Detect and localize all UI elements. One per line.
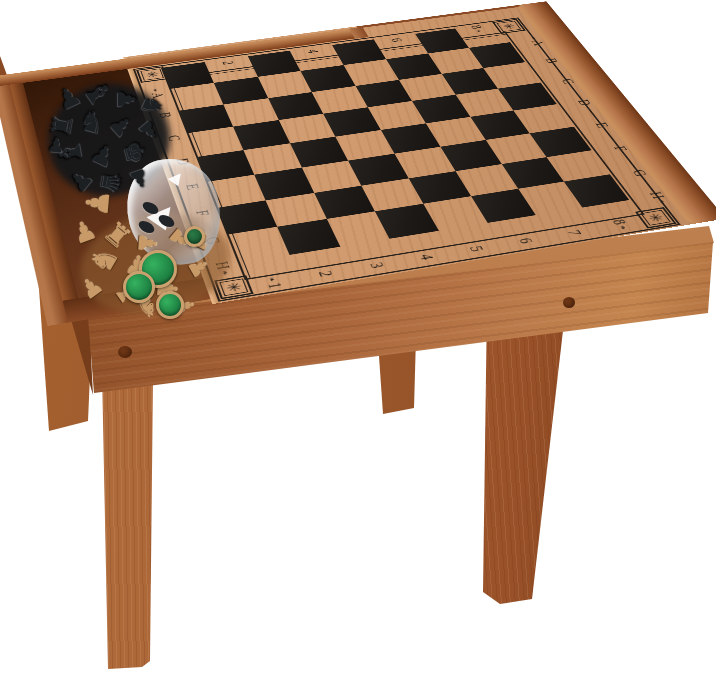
chess-table-photo: ❧12345678❧❧12345678❧❧ABCDEFGH❧❧ABCDEFGH❧… (0, 0, 716, 692)
tray-piece-white-pawn[interactable]: ♟ (82, 188, 114, 217)
piece-felt-base[interactable] (184, 226, 205, 247)
bag-glint (167, 173, 183, 188)
piece-felt-base[interactable] (156, 291, 184, 319)
tray-piece-black-pawn[interactable]: ♟ (114, 88, 138, 110)
tray-piece-black-pawn[interactable]: ♟ (46, 134, 66, 155)
piece-felt-base[interactable] (123, 271, 155, 303)
